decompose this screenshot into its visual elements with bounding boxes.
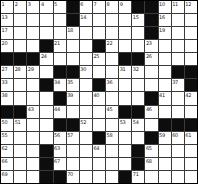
black-cell-r7c4 — [40, 79, 52, 91]
crossword-cell-r13c12[interactable]: 68 — [145, 158, 157, 170]
crossword-cell-r8c7[interactable] — [80, 92, 92, 104]
clue-number-13: 13 — [2, 14, 8, 20]
clue-number-54: 54 — [133, 119, 139, 125]
crossword-cell-r9c8[interactable] — [93, 106, 105, 118]
black-cell-r6c14 — [172, 66, 184, 78]
clue-number-22: 22 — [107, 40, 113, 46]
crossword-cell-r7c5[interactable]: 34 — [54, 79, 66, 91]
crossword-cell-r8c13[interactable]: 41 — [159, 92, 171, 104]
crossword-cell-r14c2[interactable] — [14, 171, 26, 183]
black-cell-r5c11 — [132, 53, 144, 65]
crossword-cell-r9c6[interactable] — [67, 106, 79, 118]
crossword-cell-r1c3[interactable]: 3 — [27, 1, 39, 13]
crossword-cell-r11c3[interactable] — [27, 132, 39, 144]
crossword-cell-r9c3[interactable]: 43 — [27, 106, 39, 118]
black-cell-r6c15 — [185, 66, 197, 78]
clue-number-19: 19 — [159, 27, 165, 33]
crossword-cell-r12c8[interactable]: 64 — [93, 145, 105, 157]
crossword-cell-r2c9[interactable] — [106, 14, 118, 26]
crossword-cell-r14c9[interactable] — [106, 171, 118, 183]
crossword-cell-r6c12[interactable] — [145, 66, 157, 78]
clue-number-30: 30 — [80, 66, 86, 72]
clue-number-1: 1 — [2, 1, 5, 7]
crossword-cell-r3c1[interactable]: 17 — [1, 27, 13, 39]
clue-number-25: 25 — [93, 53, 99, 59]
crossword-cell-r1c2[interactable]: 2 — [14, 1, 26, 13]
clue-number-71: 71 — [133, 171, 139, 177]
clue-number-65: 65 — [146, 145, 152, 151]
clue-number-15: 15 — [133, 14, 139, 20]
crossword-cell-r11c10[interactable] — [119, 132, 131, 144]
black-cell-r5c10 — [119, 53, 131, 65]
crossword-cell-r13c6[interactable] — [67, 158, 79, 170]
crossword-cell-r10c10[interactable]: 53 — [119, 119, 131, 131]
crossword-cell-r1c1[interactable]: 1 — [1, 1, 13, 13]
black-cell-r14c5 — [54, 171, 66, 183]
crossword-cell-r8c10[interactable] — [119, 92, 131, 104]
crossword-cell-r2c14[interactable] — [172, 14, 184, 26]
crossword-cell-r10c2[interactable]: 51 — [14, 119, 26, 131]
crossword-cell-r9c9[interactable]: 45 — [106, 106, 118, 118]
crossword-cell-r7c2[interactable] — [14, 79, 26, 91]
crossword-cell-r3c15[interactable] — [185, 27, 197, 39]
crossword-cell-r5c4[interactable]: 24 — [40, 53, 52, 65]
crossword-cell-r13c13[interactable] — [159, 158, 171, 170]
crossword-cell-r13c15[interactable] — [185, 158, 197, 170]
crossword-cell-r13c2[interactable] — [14, 158, 26, 170]
crossword-cell-r5c5[interactable] — [54, 53, 66, 65]
crossword-cell-r1c13[interactable]: 10 — [159, 1, 171, 13]
crossword-cell-r10c11[interactable]: 54 — [132, 119, 144, 131]
crossword-cell-r6c1[interactable]: 27 — [1, 66, 13, 78]
crossword-cell-r14c7[interactable] — [80, 171, 92, 183]
crossword-cell-r6c4[interactable] — [40, 66, 52, 78]
crossword-cell-r13c8[interactable] — [93, 158, 105, 170]
crossword-cell-r9c5[interactable]: 44 — [54, 106, 66, 118]
crossword-cell-r11c15[interactable]: 61 — [185, 132, 197, 144]
clue-number-18: 18 — [67, 27, 73, 33]
crossword-cell-r6c8[interactable] — [93, 66, 105, 78]
clue-number-24: 24 — [41, 53, 47, 59]
clue-number-40: 40 — [93, 92, 99, 98]
crossword-cell-r3c11[interactable] — [132, 27, 144, 39]
crossword-cell-r6c3[interactable]: 29 — [27, 66, 39, 78]
crossword-cell-r6c2[interactable]: 28 — [14, 66, 26, 78]
crossword-cell-r11c1[interactable]: 55 — [1, 132, 13, 144]
crossword-cell-r13c10[interactable] — [119, 158, 131, 170]
crossword-cell-r11c7[interactable] — [80, 132, 92, 144]
clue-number-27: 27 — [2, 66, 8, 72]
crossword-cell-r11c6[interactable]: 57 — [67, 132, 79, 144]
crossword-cell-r11c11[interactable] — [132, 132, 144, 144]
crossword-cell-r12c12[interactable]: 65 — [145, 145, 157, 157]
black-cell-r10c15 — [185, 119, 197, 131]
crossword-cell-r4c2[interactable] — [14, 40, 26, 52]
crossword-cell-r7c11[interactable] — [132, 79, 144, 91]
crossword-cell-r1c10[interactable]: 9 — [119, 1, 131, 13]
crossword-cell-r14c15[interactable] — [185, 171, 197, 183]
black-cell-r9c10 — [119, 106, 131, 118]
crossword-cell-r1c14[interactable]: 11 — [172, 1, 184, 13]
crossword-cell-r10c8[interactable] — [93, 119, 105, 131]
clue-number-38: 38 — [2, 92, 8, 98]
clue-number-60: 60 — [172, 132, 178, 138]
crossword-cell-r14c3[interactable] — [27, 171, 39, 183]
crossword-cell-r4c3[interactable] — [27, 40, 39, 52]
crossword-cell-r6c10[interactable]: 31 — [119, 66, 131, 78]
crossword-cell-r12c6[interactable] — [67, 145, 79, 157]
crossword-cell-r4c11[interactable] — [132, 40, 144, 52]
crossword-cell-r8c11[interactable] — [132, 92, 144, 104]
black-cell-r6c5 — [54, 66, 66, 78]
crossword-cell-r14c14[interactable] — [172, 171, 184, 183]
crossword-cell-r7c7[interactable] — [80, 79, 92, 91]
crossword-cell-r12c2[interactable] — [14, 145, 26, 157]
clue-number-61: 61 — [185, 132, 191, 138]
crossword-cell-r7c13[interactable] — [159, 79, 171, 91]
black-cell-r11c12 — [145, 132, 157, 144]
black-cell-r5c2 — [14, 53, 26, 65]
crossword-cell-r3c13[interactable]: 19 — [159, 27, 171, 39]
crossword-cell-r10c7[interactable]: 52 — [80, 119, 92, 131]
clue-number-4: 4 — [41, 1, 44, 7]
crossword-cell-r3c5[interactable] — [54, 27, 66, 39]
clue-number-44: 44 — [54, 106, 60, 112]
crossword-cell-r4c14[interactable] — [172, 40, 184, 52]
clue-number-45: 45 — [107, 106, 113, 112]
clue-number-20: 20 — [2, 40, 8, 46]
crossword-cell-r11c4[interactable] — [40, 132, 52, 144]
black-cell-r10c14 — [172, 119, 184, 131]
crossword-cell-r12c7[interactable] — [80, 145, 92, 157]
black-cell-r7c8 — [93, 79, 105, 91]
crossword-cell-r2c5[interactable] — [54, 14, 66, 26]
black-cell-r4c4 — [40, 40, 52, 52]
clue-number-7: 7 — [93, 1, 96, 7]
crossword-cell-r2c15[interactable] — [185, 14, 197, 26]
crossword-cell-r2c4[interactable] — [40, 14, 52, 26]
crossword-cell-r4c5[interactable]: 21 — [54, 40, 66, 52]
crossword-cell-r11c9[interactable]: 58 — [106, 132, 118, 144]
crossword-cell-r9c4[interactable] — [40, 106, 52, 118]
crossword-cell-r3c9[interactable] — [106, 27, 118, 39]
crossword-cell-r10c1[interactable]: 50 — [1, 119, 13, 131]
crossword-cell-r3c2[interactable] — [14, 27, 26, 39]
crossword-cell-r2c1[interactable]: 13 — [1, 14, 13, 26]
clue-number-29: 29 — [28, 66, 34, 72]
clue-number-12: 12 — [185, 1, 191, 7]
crossword-cell-r13c9[interactable] — [106, 158, 118, 170]
clue-number-62: 62 — [2, 145, 8, 151]
crossword-cell-r7c10[interactable] — [119, 79, 131, 91]
clue-number-6: 6 — [80, 1, 83, 7]
clue-number-55: 55 — [2, 132, 8, 138]
clue-number-41: 41 — [159, 92, 165, 98]
black-cell-r11c8 — [93, 132, 105, 144]
black-cell-r10c6 — [67, 119, 79, 131]
black-cell-r9c1 — [1, 106, 13, 118]
clue-number-5: 5 — [54, 1, 57, 7]
crossword-cell-r6c13[interactable] — [159, 66, 171, 78]
clue-number-68: 68 — [146, 158, 152, 164]
crossword-cell-r2c8[interactable] — [93, 14, 105, 26]
crossword-cell-r4c10[interactable] — [119, 40, 131, 52]
crossword-cell-r14c1[interactable]: 69 — [1, 171, 13, 183]
crossword-cell-r2c7[interactable]: 14 — [80, 14, 92, 26]
black-cell-r6c6 — [67, 66, 79, 78]
clue-number-66: 66 — [2, 158, 8, 164]
clue-number-36: 36 — [107, 79, 113, 85]
crossword-cell-r12c3[interactable] — [27, 145, 39, 157]
crossword-cell-r2c2[interactable] — [14, 14, 26, 26]
clue-number-2: 2 — [15, 1, 18, 7]
crossword-cell-r8c4[interactable] — [40, 92, 52, 104]
black-cell-r1c12 — [145, 1, 157, 13]
crossword-cell-r6c7[interactable]: 30 — [80, 66, 92, 78]
crossword-cell-r9c13[interactable] — [159, 106, 171, 118]
clue-number-28: 28 — [15, 66, 21, 72]
black-cell-r12c4 — [40, 145, 52, 157]
crossword-cell-r10c4[interactable] — [40, 119, 52, 131]
crossword-cell-r12c14[interactable] — [172, 145, 184, 157]
crossword-cell-r4c12[interactable]: 23 — [145, 40, 157, 52]
black-cell-r14c10 — [119, 171, 131, 183]
crossword-cell-r7c12[interactable] — [145, 79, 157, 91]
clue-number-59: 59 — [159, 132, 165, 138]
black-cell-r1c11 — [132, 1, 144, 13]
clue-number-63: 63 — [54, 145, 60, 151]
clue-number-33: 33 — [2, 79, 8, 85]
crossword-cell-r11c14[interactable]: 60 — [172, 132, 184, 144]
crossword-cell-r9c12[interactable]: 46 — [145, 106, 157, 118]
clue-number-11: 11 — [172, 1, 178, 7]
crossword-cell-r12c15[interactable] — [185, 145, 197, 157]
crossword-cell-r13c5[interactable]: 67 — [54, 158, 66, 170]
crossword-cell-r9c14[interactable] — [172, 106, 184, 118]
black-cell-r2c6 — [67, 14, 79, 26]
crossword-cell-r12c5[interactable]: 63 — [54, 145, 66, 157]
crossword-cell-r6c9[interactable] — [106, 66, 118, 78]
crossword-cell-r2c13[interactable]: 16 — [159, 14, 171, 26]
crossword-cell-r8c3[interactable] — [27, 92, 39, 104]
crossword-cell-r13c14[interactable] — [172, 158, 184, 170]
clue-number-26: 26 — [146, 53, 152, 59]
black-cell-r14c4 — [40, 171, 52, 183]
clue-number-52: 52 — [80, 119, 86, 125]
crossword-cell-r8c2[interactable] — [14, 92, 26, 104]
crossword-cell-r5c15[interactable] — [185, 53, 197, 65]
crossword-cell-r10c3[interactable] — [27, 119, 39, 131]
black-cell-r9c11 — [132, 106, 144, 118]
crossword-cell-r8c8[interactable]: 40 — [93, 92, 105, 104]
crossword-cell-r5c9[interactable] — [106, 53, 118, 65]
clue-number-34: 34 — [54, 79, 60, 85]
clue-number-21: 21 — [54, 40, 60, 46]
clue-number-58: 58 — [107, 132, 113, 138]
clue-number-9: 9 — [120, 1, 123, 7]
crossword-cell-r13c7[interactable] — [80, 158, 92, 170]
crossword-cell-r3c7[interactable] — [80, 27, 92, 39]
clue-number-50: 50 — [2, 119, 8, 125]
crossword-cell-r7c1[interactable]: 33 — [1, 79, 13, 91]
crossword-cell-r3c4[interactable] — [40, 27, 52, 39]
crossword-cell-r5c6[interactable] — [67, 53, 79, 65]
crossword-cell-r1c9[interactable]: 8 — [106, 1, 118, 13]
clue-number-16: 16 — [159, 14, 165, 20]
crossword-cell-r1c8[interactable]: 7 — [93, 1, 105, 13]
crossword-cell-r1c7[interactable]: 6 — [80, 1, 92, 13]
clue-number-32: 32 — [133, 66, 139, 72]
crossword-cell-r3c8[interactable] — [93, 27, 105, 39]
black-cell-r12c11 — [132, 145, 144, 157]
clue-number-37: 37 — [172, 79, 178, 85]
black-cell-r9c2 — [14, 106, 26, 118]
crossword-grid: 1234567891011121314151617181920212223242… — [0, 0, 198, 184]
black-cell-r5c3 — [27, 53, 39, 65]
crossword-cell-r9c15[interactable] — [185, 106, 197, 118]
crossword-cell-r2c11[interactable]: 15 — [132, 14, 144, 26]
clue-number-10: 10 — [159, 1, 165, 7]
crossword-cell-r4c6[interactable] — [67, 40, 79, 52]
clue-number-42: 42 — [185, 92, 191, 98]
black-cell-r3c12 — [145, 27, 157, 39]
clue-number-64: 64 — [93, 145, 99, 151]
black-cell-r10c5 — [54, 119, 66, 131]
crossword-cell-r7c14[interactable]: 37 — [172, 79, 184, 91]
crossword-cell-r10c9[interactable] — [106, 119, 118, 131]
clue-number-3: 3 — [28, 1, 31, 7]
clue-number-23: 23 — [146, 40, 152, 46]
clue-number-53: 53 — [120, 119, 126, 125]
crossword-cell-r4c13[interactable] — [159, 40, 171, 52]
crossword-cell-r1c4[interactable]: 4 — [40, 1, 52, 13]
crossword-cell-r3c3[interactable] — [27, 27, 39, 39]
crossword-cell-r2c10[interactable] — [119, 14, 131, 26]
crossword-cell-r5c8[interactable]: 25 — [93, 53, 105, 65]
crossword-cell-r13c1[interactable]: 66 — [1, 158, 13, 170]
crossword-cell-r5c12[interactable]: 26 — [145, 53, 157, 65]
crossword-cell-r12c10[interactable] — [119, 145, 131, 157]
clue-number-67: 67 — [54, 158, 60, 164]
crossword-cell-r8c6[interactable]: 39 — [67, 92, 79, 104]
clue-number-51: 51 — [15, 119, 21, 125]
black-cell-r7c15 — [185, 79, 197, 91]
crossword-cell-r4c7[interactable] — [80, 40, 92, 52]
clue-number-69: 69 — [2, 171, 8, 177]
crossword-cell-r5c13[interactable] — [159, 53, 171, 65]
black-cell-r2c12 — [145, 14, 157, 26]
clue-number-14: 14 — [80, 14, 86, 20]
clue-number-56: 56 — [54, 132, 60, 138]
crossword-cell-r1c15[interactable]: 12 — [185, 1, 197, 13]
crossword-cell-r1c5[interactable]: 5 — [54, 1, 66, 13]
crossword-cell-r8c9[interactable] — [106, 92, 118, 104]
black-cell-r1c6 — [67, 1, 79, 13]
crossword-cell-r12c1[interactable]: 62 — [1, 145, 13, 157]
crossword-cell-r14c13[interactable] — [159, 171, 171, 183]
crossword-cell-r8c14[interactable] — [172, 92, 184, 104]
crossword-cell-r6c11[interactable]: 32 — [132, 66, 144, 78]
crossword-cell-r8c1[interactable]: 38 — [1, 92, 13, 104]
crossword-cell-r4c9[interactable]: 22 — [106, 40, 118, 52]
crossword-cell-r13c3[interactable] — [27, 158, 39, 170]
crossword-cell-r5c7[interactable] — [80, 53, 92, 65]
crossword-cell-r7c9[interactable]: 36 — [106, 79, 118, 91]
crossword-cell-r11c13[interactable]: 59 — [159, 132, 171, 144]
clue-number-8: 8 — [107, 1, 110, 7]
crossword-cell-r4c1[interactable]: 20 — [1, 40, 13, 52]
clue-number-57: 57 — [67, 132, 73, 138]
crossword-cell-r14c12[interactable] — [145, 171, 157, 183]
crossword-cell-r9c7[interactable] — [80, 106, 92, 118]
black-cell-r4c8 — [93, 40, 105, 52]
clue-number-35: 35 — [67, 79, 73, 85]
crossword-cell-r14c8[interactable] — [93, 171, 105, 183]
crossword-cell-r7c6[interactable]: 35 — [67, 79, 79, 91]
crossword-cell-r4c15[interactable] — [185, 40, 197, 52]
crossword-cell-r3c6[interactable]: 18 — [67, 27, 79, 39]
crossword-cell-r8c15[interactable]: 42 — [185, 92, 197, 104]
clue-number-46: 46 — [146, 106, 152, 112]
crossword-cell-r11c5[interactable]: 56 — [54, 132, 66, 144]
crossword-cell-r3c10[interactable] — [119, 27, 131, 39]
black-cell-r5c1 — [1, 53, 13, 65]
black-cell-r8c5 — [54, 92, 66, 104]
crossword-cell-r7c3[interactable] — [27, 79, 39, 91]
crossword-cell-r12c9[interactable] — [106, 145, 118, 157]
crossword-cell-r11c2[interactable] — [14, 132, 26, 144]
black-cell-r13c4 — [40, 158, 52, 170]
crossword-cell-r10c12[interactable] — [145, 119, 157, 131]
crossword-cell-r2c3[interactable] — [27, 14, 39, 26]
crossword-cell-r12c13[interactable] — [159, 145, 171, 157]
crossword-cell-r14c11[interactable]: 71 — [132, 171, 144, 183]
clue-number-31: 31 — [120, 66, 126, 72]
black-cell-r13c11 — [132, 158, 144, 170]
crossword-cell-r14c6[interactable]: 70 — [67, 171, 79, 183]
crossword-cell-r5c14[interactable] — [172, 53, 184, 65]
black-cell-r10c13 — [159, 119, 171, 131]
clue-number-17: 17 — [2, 27, 8, 33]
clue-number-39: 39 — [67, 92, 73, 98]
crossword-puzzle: 1234567891011121314151617181920212223242… — [0, 0, 198, 184]
clue-number-70: 70 — [67, 171, 73, 177]
black-cell-r8c12 — [145, 92, 157, 104]
crossword-cell-r3c14[interactable] — [172, 27, 184, 39]
clue-number-43: 43 — [28, 106, 34, 112]
